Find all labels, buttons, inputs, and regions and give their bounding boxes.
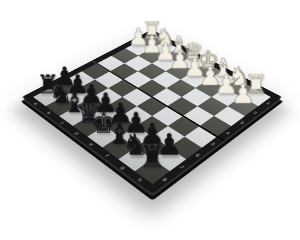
chess-board: ♜♞♝♛♚♝♞♜♟♟♟♟♟♟♟♟♟♟♟♟♟♟♟♟♜♞♝♛♚♝♞♜ abcdefg… xyxy=(22,30,282,194)
photo-scene: ♜♞♝♛♚♝♞♜♟♟♟♟♟♟♟♟♟♟♟♟♟♟♟♟♜♞♝♛♚♝♞♜ abcdefg… xyxy=(0,0,300,209)
board-field: ♜♞♝♛♚♝♞♜♟♟♟♟♟♟♟♟♟♟♟♟♟♟♟♟♜♞♝♛♚♝♞♜ xyxy=(33,35,271,184)
piece-black-rook[interactable]: ♜ xyxy=(139,141,166,171)
piece-white-pawn[interactable]: ♟ xyxy=(231,80,255,107)
square-h2[interactable]: ♟ xyxy=(228,97,258,116)
square-h8[interactable]: ♜ xyxy=(135,159,170,184)
